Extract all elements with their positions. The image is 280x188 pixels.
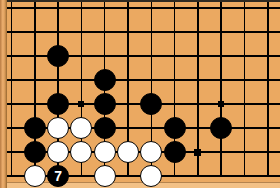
black-stone	[164, 117, 186, 139]
grid-line-horizontal	[7, 31, 280, 33]
black-stone	[94, 69, 116, 91]
black-stone	[94, 117, 116, 139]
white-stone	[70, 117, 92, 139]
white-stone	[47, 117, 69, 139]
black-stone	[47, 45, 69, 67]
white-stone	[70, 141, 92, 163]
black-stone	[24, 117, 46, 139]
black-stone: 7	[47, 165, 69, 187]
white-stone	[24, 165, 46, 187]
grid-line-horizontal	[7, 7, 280, 9]
black-stone	[210, 117, 232, 139]
black-stone	[47, 93, 69, 115]
black-stone	[140, 93, 162, 115]
black-stone	[24, 141, 46, 163]
go-board: 7	[0, 0, 280, 188]
black-stone	[94, 93, 116, 115]
white-stone	[94, 141, 116, 163]
white-stone	[117, 141, 139, 163]
hoshi-marker	[78, 101, 84, 107]
black-stone	[164, 141, 186, 163]
stone-number-label: 7	[54, 169, 62, 183]
hoshi-marker	[218, 101, 224, 107]
white-stone	[140, 141, 162, 163]
square-marker	[194, 149, 201, 156]
white-stone	[94, 165, 116, 187]
white-stone	[47, 141, 69, 163]
board-top-edge	[0, 0, 280, 2]
board-left-edge	[0, 0, 7, 188]
grid-line-horizontal	[7, 79, 280, 81]
